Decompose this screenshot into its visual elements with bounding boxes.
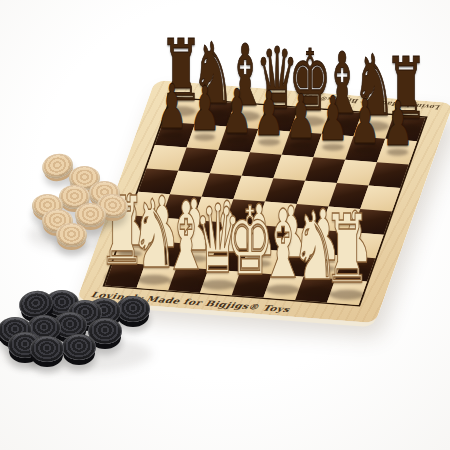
product-photo-scene: Lovingly Made for Bigjigs® Toys Lovingly…	[0, 0, 450, 450]
chess-board: Lovingly Made for Bigjigs® Toys Lovingly…	[77, 80, 450, 323]
square-h2	[335, 256, 375, 282]
square-h7	[377, 139, 417, 165]
checker-disc-light	[75, 203, 106, 227]
square-h4	[352, 209, 392, 235]
checker-disc-dark	[62, 334, 96, 360]
square-h3	[344, 232, 384, 258]
checker-disc-dark	[30, 336, 64, 362]
checker-disc-dark	[116, 296, 150, 322]
checker-disc-light	[56, 223, 87, 247]
square-h8	[385, 115, 425, 141]
square-h1	[327, 279, 367, 305]
square-h6	[369, 162, 409, 188]
chess-grid	[103, 97, 428, 307]
square-h5	[360, 186, 400, 212]
